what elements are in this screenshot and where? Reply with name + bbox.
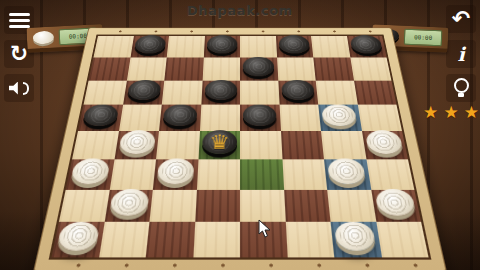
board-square[interactable] [311, 36, 350, 58]
board-square[interactable] [167, 36, 205, 58]
checker-piece-white[interactable] [157, 159, 195, 184]
checker-piece-white[interactable] [374, 189, 416, 216]
board-square[interactable] [240, 36, 277, 58]
board-square[interactable] [109, 159, 156, 189]
board-square[interactable] [146, 222, 195, 257]
board-square[interactable] [313, 57, 353, 80]
board-square[interactable] [281, 131, 324, 159]
board-square[interactable] [203, 36, 240, 58]
mouse-cursor [258, 219, 271, 242]
board-square[interactable] [114, 131, 159, 159]
board-square[interactable] [240, 131, 282, 159]
checker-piece-white[interactable] [365, 130, 404, 153]
board-square[interactable] [316, 80, 358, 105]
undo-button[interactable]: ↶ [446, 5, 476, 33]
board-square[interactable] [59, 189, 109, 222]
black-tray-counter: 00:00 [404, 28, 443, 46]
board-square[interactable] [153, 159, 198, 189]
checker-piece-black[interactable] [243, 104, 277, 126]
checker-piece-black[interactable] [204, 80, 237, 100]
board-square[interactable] [350, 57, 391, 80]
board-square[interactable] [240, 80, 279, 105]
board-square[interactable] [130, 36, 169, 58]
board-square[interactable] [201, 80, 240, 105]
board-square[interactable] [126, 57, 166, 80]
sound-button[interactable] [4, 74, 34, 102]
board-square[interactable] [346, 36, 386, 58]
board-square[interactable] [362, 131, 408, 159]
restart-icon: ↻ [10, 43, 28, 65]
board-square[interactable] [119, 105, 162, 131]
checker-piece-white[interactable] [334, 221, 377, 250]
board-square[interactable] [366, 159, 414, 189]
board-square[interactable] [282, 159, 327, 189]
board-square[interactable] [193, 222, 240, 257]
board-square[interactable] [324, 159, 371, 189]
board-square[interactable]: ♛ [198, 131, 240, 159]
board-square[interactable] [78, 105, 123, 131]
board-square[interactable] [376, 222, 429, 257]
game-background: Dhapaak.com ↻ ↶ i ★ ★ ★ 00:00 00:00 ♛ [0, 0, 480, 270]
board-square[interactable] [162, 80, 202, 105]
board-square[interactable] [66, 159, 114, 189]
checker-piece-black[interactable] [126, 80, 161, 100]
hamburger-icon [9, 13, 30, 28]
board-square[interactable] [240, 105, 281, 131]
board-square[interactable] [123, 80, 165, 105]
board-square[interactable] [240, 57, 278, 80]
difficulty-stars: ★ ★ ★ [423, 102, 479, 122]
board-square[interactable] [285, 222, 334, 257]
checker-piece-black[interactable] [349, 35, 382, 53]
board-square[interactable] [357, 105, 402, 131]
checkers-board: ♛ [33, 28, 447, 270]
board-square[interactable] [195, 189, 240, 222]
board-square[interactable] [200, 105, 241, 131]
checker-piece-black-king[interactable]: ♛ [202, 130, 237, 153]
board-square[interactable] [149, 189, 196, 222]
frame-screws-top [102, 30, 378, 33]
checker-piece-black[interactable] [206, 35, 237, 53]
checker-piece-black[interactable] [243, 57, 275, 76]
board-square[interactable] [371, 189, 421, 222]
board-square[interactable] [99, 222, 150, 257]
checker-piece-white[interactable] [321, 104, 357, 126]
board-square[interactable] [354, 80, 397, 105]
undo-icon: ↶ [452, 8, 470, 30]
checker-piece-white[interactable] [327, 159, 366, 184]
board-square[interactable] [196, 159, 240, 189]
hint-button[interactable] [446, 74, 476, 102]
board-square[interactable] [93, 36, 133, 58]
star-icon: ★ [464, 102, 479, 122]
checker-piece-white[interactable] [109, 189, 150, 216]
king-crown-icon: ♛ [202, 130, 237, 153]
board-square[interactable] [275, 36, 313, 58]
board-square[interactable] [321, 131, 366, 159]
board-square[interactable] [284, 189, 331, 222]
checker-piece-black[interactable] [82, 104, 119, 126]
speaker-icon [9, 82, 29, 95]
board-square[interactable] [279, 105, 321, 131]
lightbulb-icon [454, 78, 469, 93]
checker-piece-black[interactable] [134, 35, 167, 53]
board-square[interactable] [51, 222, 104, 257]
star-icon: ★ [423, 102, 438, 122]
checker-piece-black[interactable] [163, 104, 198, 126]
board-square[interactable] [84, 80, 127, 105]
checker-piece-black[interactable] [278, 35, 310, 53]
board-square[interactable] [164, 57, 203, 80]
board-square[interactable] [156, 131, 199, 159]
board-square[interactable] [72, 131, 118, 159]
white-tray-piece [33, 31, 55, 45]
checker-piece-white[interactable] [118, 130, 156, 153]
board-square[interactable] [318, 105, 361, 131]
board-square[interactable] [240, 159, 284, 189]
board-square[interactable] [278, 80, 318, 105]
board-square[interactable] [331, 222, 382, 257]
board-grid: ♛ [49, 35, 432, 260]
info-button[interactable]: i [446, 40, 476, 68]
checker-piece-white[interactable] [70, 159, 110, 184]
board-square[interactable] [159, 105, 201, 131]
board-square[interactable] [104, 189, 153, 222]
board-square[interactable] [89, 57, 130, 80]
board-square[interactable] [277, 57, 316, 80]
frame-screws-bottom [54, 263, 426, 268]
board-square[interactable] [202, 57, 240, 80]
board-square[interactable] [327, 189, 376, 222]
checker-piece-white[interactable] [57, 221, 101, 250]
star-icon: ★ [443, 102, 458, 122]
page-title: Dhapaak.com [0, 3, 480, 18]
info-icon: i [457, 43, 464, 65]
board-square[interactable] [240, 189, 285, 222]
checker-piece-black[interactable] [281, 80, 315, 100]
